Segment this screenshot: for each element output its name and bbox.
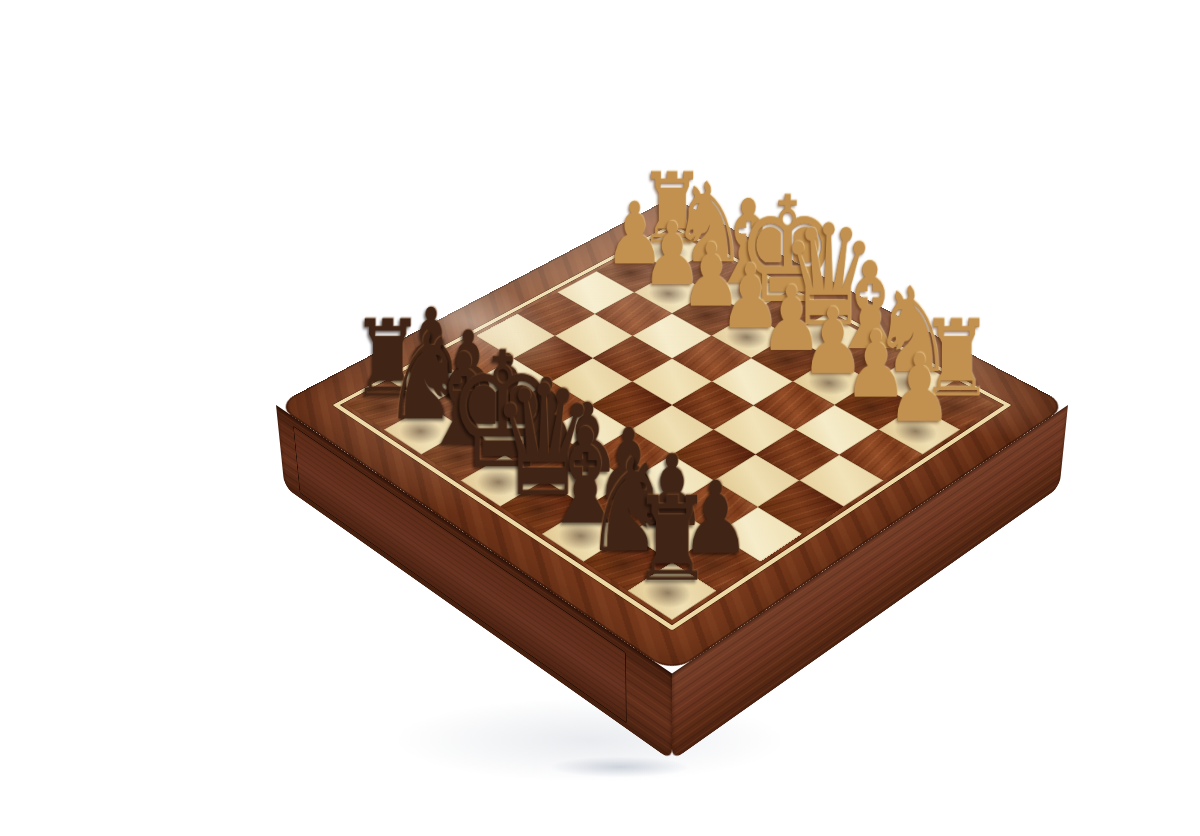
square-a5 [758,480,844,534]
chess-set-photo: ♜♞♝♚♛♝♞♜♟♟♟♟♟♟♟♟♟♟♟♟♟♟♟♟♜♞♝♚♛♝♞♜ [0,0,1200,836]
chess-box: ♜♞♝♚♛♝♞♜♟♟♟♟♟♟♟♟♟♟♟♟♟♟♟♟♜♞♝♚♛♝♞♜ [276,197,1068,673]
board-top-face: ♜♞♝♚♛♝♞♜♟♟♟♟♟♟♟♟♟♟♟♟♟♟♟♟♜♞♝♚♛♝♞♜ [276,197,1068,673]
square-a8: ♜ [627,562,717,620]
black-rook-a8: ♜ [632,482,713,598]
box-corner-shadow [520,752,720,782]
white-pawn-a2: ♟ [887,342,952,436]
